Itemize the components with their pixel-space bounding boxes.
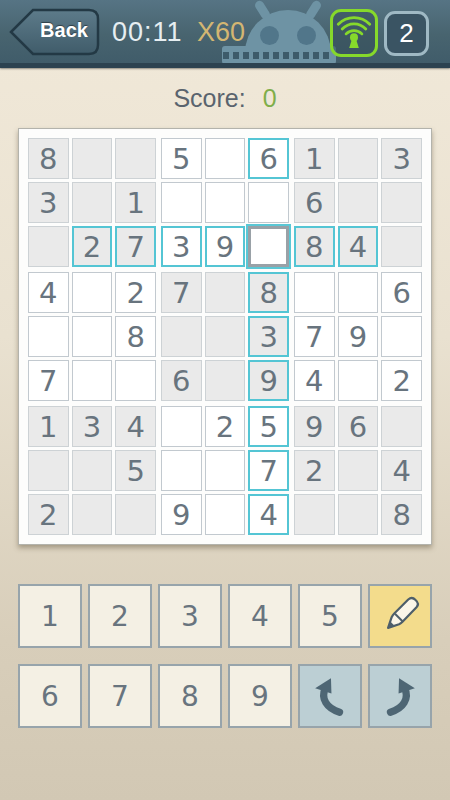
back-button[interactable]: Back — [8, 7, 102, 57]
cell-r5c5[interactable] — [205, 316, 246, 357]
box-9: 96248 — [294, 406, 422, 535]
cell-r8c5[interactable] — [205, 450, 246, 491]
redo-button[interactable] — [368, 664, 432, 728]
cell-r2c1[interactable]: 3 — [28, 182, 69, 223]
cell-r7c2[interactable]: 3 — [72, 406, 113, 447]
cell-r5c4[interactable] — [161, 316, 202, 357]
cell-r6c7[interactable]: 4 — [294, 360, 335, 401]
hotspot-button[interactable] — [330, 9, 378, 57]
cell-r1c6[interactable]: 6 — [248, 138, 289, 179]
pencil-icon — [378, 594, 422, 638]
key-1[interactable]: 1 — [18, 584, 82, 648]
cell-r8c7[interactable]: 2 — [294, 450, 335, 491]
cell-r1c5[interactable] — [205, 138, 246, 179]
cell-r4c7[interactable] — [294, 272, 335, 313]
cell-r5c1[interactable] — [28, 316, 69, 357]
board-panel: 8312756391368442877836967942134522579496… — [18, 128, 432, 545]
key-9[interactable]: 9 — [228, 664, 292, 728]
cell-r1c2[interactable] — [72, 138, 113, 179]
cell-r1c7[interactable]: 1 — [294, 138, 335, 179]
score-line: Score: 0 — [0, 84, 450, 114]
keypad: 12345 6789 — [18, 584, 432, 728]
cell-r3c1[interactable] — [28, 226, 69, 267]
cell-r5c2[interactable] — [72, 316, 113, 357]
key-5[interactable]: 5 — [298, 584, 362, 648]
cell-r6c4[interactable]: 6 — [161, 360, 202, 401]
cell-r2c5[interactable] — [205, 182, 246, 223]
cell-r9c1[interactable]: 2 — [28, 494, 69, 535]
cell-r3c4[interactable]: 3 — [161, 226, 202, 267]
cell-r6c8[interactable] — [338, 360, 379, 401]
box-8: 25794 — [161, 406, 289, 535]
cell-r2c2[interactable] — [72, 182, 113, 223]
cell-r9c7[interactable] — [294, 494, 335, 535]
cell-r7c1[interactable]: 1 — [28, 406, 69, 447]
cell-r3c5[interactable]: 9 — [205, 226, 246, 267]
cell-r1c1[interactable]: 8 — [28, 138, 69, 179]
box-7: 13452 — [28, 406, 156, 535]
cell-r8c9[interactable]: 4 — [381, 450, 422, 491]
cell-r7c9[interactable] — [381, 406, 422, 447]
cell-r6c6[interactable]: 9 — [248, 360, 289, 401]
cell-r4c9[interactable]: 6 — [381, 272, 422, 313]
timer-text: 00:11 — [112, 17, 183, 48]
key-4[interactable]: 4 — [228, 584, 292, 648]
cell-r9c3[interactable] — [115, 494, 156, 535]
cell-r2c8[interactable] — [338, 182, 379, 223]
cell-r6c5[interactable] — [205, 360, 246, 401]
cell-r8c3[interactable]: 5 — [115, 450, 156, 491]
cell-r8c4[interactable] — [161, 450, 202, 491]
cell-r3c2[interactable]: 2 — [72, 226, 113, 267]
cell-r4c1[interactable]: 4 — [28, 272, 69, 313]
cell-r1c9[interactable]: 3 — [381, 138, 422, 179]
sudoku-board: 8312756391368442877836967942134522579496… — [28, 138, 422, 535]
cell-r8c8[interactable] — [338, 450, 379, 491]
key-3[interactable]: 3 — [158, 584, 222, 648]
cell-r9c5[interactable] — [205, 494, 246, 535]
box-3: 13684 — [294, 138, 422, 267]
cell-r5c7[interactable]: 7 — [294, 316, 335, 357]
hint-counter-button[interactable]: 2 — [384, 11, 429, 56]
undo-arrow-icon — [307, 673, 353, 719]
cell-r9c8[interactable] — [338, 494, 379, 535]
cell-r1c4[interactable]: 5 — [161, 138, 202, 179]
cell-r9c6[interactable]: 4 — [248, 494, 289, 535]
redo-arrow-icon — [377, 673, 423, 719]
key-7[interactable]: 7 — [88, 664, 152, 728]
cell-r6c3[interactable] — [115, 360, 156, 401]
cell-r6c1[interactable]: 7 — [28, 360, 69, 401]
cell-r8c1[interactable] — [28, 450, 69, 491]
cell-r4c8[interactable] — [338, 272, 379, 313]
box-5: 78369 — [161, 272, 289, 401]
top-bar: Back 00:11 X60 2 — [0, 0, 450, 63]
key-8[interactable]: 8 — [158, 664, 222, 728]
score-value: 0 — [263, 84, 277, 112]
cell-r3c6[interactable] — [248, 226, 289, 267]
cell-r3c7[interactable]: 8 — [294, 226, 335, 267]
cell-r8c6[interactable]: 7 — [248, 450, 289, 491]
box-6: 67942 — [294, 272, 422, 401]
pencil-button[interactable] — [368, 584, 432, 648]
cell-r2c6[interactable] — [248, 182, 289, 223]
cell-r5c6[interactable]: 3 — [248, 316, 289, 357]
back-button-label: Back — [34, 19, 94, 42]
cell-r4c3[interactable]: 2 — [115, 272, 156, 313]
cell-r3c8[interactable]: 4 — [338, 226, 379, 267]
cell-r1c8[interactable] — [338, 138, 379, 179]
cell-r2c3[interactable]: 1 — [115, 182, 156, 223]
cell-r7c4[interactable] — [161, 406, 202, 447]
cell-r7c5[interactable]: 2 — [205, 406, 246, 447]
cell-r7c6[interactable]: 5 — [248, 406, 289, 447]
box-2: 5639 — [161, 138, 289, 267]
wifi-keyhole-icon — [333, 12, 375, 54]
score-label: Score: — [173, 84, 245, 112]
cell-r7c8[interactable]: 6 — [338, 406, 379, 447]
hint-counter-value: 2 — [399, 18, 413, 49]
cell-r5c3[interactable]: 8 — [115, 316, 156, 357]
cell-r4c4[interactable]: 7 — [161, 272, 202, 313]
cell-r2c7[interactable]: 6 — [294, 182, 335, 223]
cell-r2c9[interactable] — [381, 182, 422, 223]
cell-r5c8[interactable]: 9 — [338, 316, 379, 357]
cell-r4c5[interactable] — [205, 272, 246, 313]
cell-r9c9[interactable]: 8 — [381, 494, 422, 535]
cell-r4c2[interactable] — [72, 272, 113, 313]
undo-button[interactable] — [298, 664, 362, 728]
top-bar-edge — [0, 63, 450, 68]
cell-r8c2[interactable] — [72, 450, 113, 491]
cell-r2c4[interactable] — [161, 182, 202, 223]
box-4: 4287 — [28, 272, 156, 401]
cell-r5c9[interactable] — [381, 316, 422, 357]
cell-r3c9[interactable] — [381, 226, 422, 267]
cell-r9c4[interactable]: 9 — [161, 494, 202, 535]
cell-r6c2[interactable] — [72, 360, 113, 401]
cell-r3c3[interactable]: 7 — [115, 226, 156, 267]
cell-r6c9[interactable]: 2 — [381, 360, 422, 401]
key-6[interactable]: 6 — [18, 664, 82, 728]
box-1: 83127 — [28, 138, 156, 267]
cell-r9c2[interactable] — [72, 494, 113, 535]
multiplier-text: X60 — [197, 17, 245, 48]
key-2[interactable]: 2 — [88, 584, 152, 648]
cell-r4c6[interactable]: 8 — [248, 272, 289, 313]
cell-r7c3[interactable]: 4 — [115, 406, 156, 447]
cell-r7c7[interactable]: 9 — [294, 406, 335, 447]
cell-r1c3[interactable] — [115, 138, 156, 179]
